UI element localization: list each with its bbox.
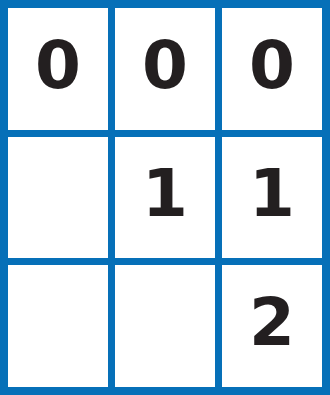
puzzle-board-wrapper: 0 0 0 1 1 2: [0, 0, 330, 395]
cell-r0c0[interactable]: 0: [8, 8, 108, 130]
cell-r2c0[interactable]: [8, 265, 108, 387]
cell-r0c1[interactable]: 0: [115, 8, 215, 130]
cell-r0c2[interactable]: 0: [222, 8, 322, 130]
cell-r1c0[interactable]: [8, 137, 108, 259]
cell-r2c2[interactable]: 2: [222, 265, 322, 387]
cell-r1c1[interactable]: 1: [115, 137, 215, 259]
puzzle-board: 0 0 0 1 1 2: [0, 0, 330, 395]
cell-r1c2[interactable]: 1: [222, 137, 322, 259]
cell-r2c1[interactable]: [115, 265, 215, 387]
